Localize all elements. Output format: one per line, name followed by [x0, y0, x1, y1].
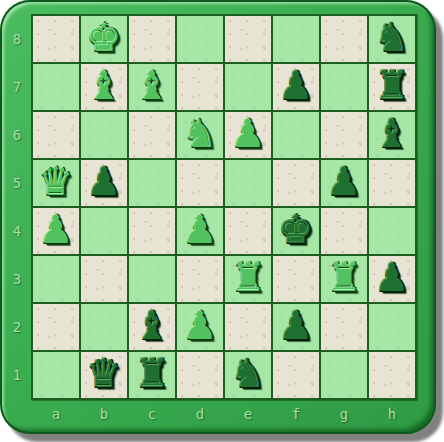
square-d4[interactable]: ♟	[177, 208, 223, 254]
square-a1[interactable]	[33, 352, 79, 398]
file-label-h: h	[369, 402, 415, 426]
piece-dark-pawn-f7[interactable]: ♟	[279, 64, 314, 108]
square-b1[interactable]: ♛	[81, 352, 127, 398]
square-c2[interactable]: ♝	[129, 304, 175, 350]
piece-dark-rook-h7[interactable]: ♜	[375, 64, 410, 108]
piece-light-pawn-d4[interactable]: ♟	[183, 208, 218, 252]
file-label-g: g	[321, 402, 367, 426]
square-f8[interactable]	[273, 16, 319, 62]
square-e3[interactable]: ♜	[225, 256, 271, 302]
square-b6[interactable]	[81, 112, 127, 158]
square-d2[interactable]: ♟	[177, 304, 223, 350]
square-g1[interactable]	[321, 352, 367, 398]
square-f4[interactable]: ♚	[273, 208, 319, 254]
square-g3[interactable]: ♜	[321, 256, 367, 302]
square-c3[interactable]	[129, 256, 175, 302]
square-c7[interactable]: ♝	[129, 64, 175, 110]
square-d1[interactable]	[177, 352, 223, 398]
square-h8[interactable]: ♞	[369, 16, 415, 62]
square-e5[interactable]	[225, 160, 271, 206]
square-b8[interactable]: ♚	[81, 16, 127, 62]
square-d6[interactable]: ♞	[177, 112, 223, 158]
square-d7[interactable]	[177, 64, 223, 110]
square-b2[interactable]	[81, 304, 127, 350]
piece-light-bishop-b7[interactable]: ♝	[87, 64, 122, 108]
square-a4[interactable]: ♟	[33, 208, 79, 254]
piece-dark-king-f4[interactable]: ♚	[279, 208, 314, 252]
square-b7[interactable]: ♝	[81, 64, 127, 110]
square-a2[interactable]	[33, 304, 79, 350]
square-a6[interactable]	[33, 112, 79, 158]
square-h6[interactable]: ♝	[369, 112, 415, 158]
rank-label-6: 6	[4, 112, 30, 158]
square-h4[interactable]	[369, 208, 415, 254]
square-c1[interactable]: ♜	[129, 352, 175, 398]
square-f1[interactable]	[273, 352, 319, 398]
rank-label-5: 5	[4, 160, 30, 206]
square-d8[interactable]	[177, 16, 223, 62]
square-c8[interactable]	[129, 16, 175, 62]
square-f3[interactable]	[273, 256, 319, 302]
square-a8[interactable]	[33, 16, 79, 62]
file-label-d: d	[177, 402, 223, 426]
square-g5[interactable]: ♟	[321, 160, 367, 206]
square-g8[interactable]	[321, 16, 367, 62]
square-h3[interactable]: ♟	[369, 256, 415, 302]
square-e7[interactable]	[225, 64, 271, 110]
square-h2[interactable]	[369, 304, 415, 350]
piece-dark-bishop-h6[interactable]: ♝	[375, 112, 410, 156]
piece-light-pawn-a4[interactable]: ♟	[39, 208, 74, 252]
rank-label-4: 4	[4, 208, 30, 254]
square-b4[interactable]	[81, 208, 127, 254]
piece-dark-bishop-c2[interactable]: ♝	[135, 304, 170, 348]
piece-light-knight-d6[interactable]: ♞	[183, 112, 218, 156]
square-h7[interactable]: ♜	[369, 64, 415, 110]
square-e6[interactable]: ♟	[225, 112, 271, 158]
chess-board[interactable]: ♚♞♝♝♟♜♞♟♝♛♟♟♟♟♚♜♜♟♝♟♟♛♜♞	[31, 14, 417, 400]
piece-light-pawn-e6[interactable]: ♟	[231, 112, 266, 156]
square-e4[interactable]	[225, 208, 271, 254]
square-a7[interactable]	[33, 64, 79, 110]
square-h1[interactable]	[369, 352, 415, 398]
file-label-e: e	[225, 402, 271, 426]
rank-label-7: 7	[4, 64, 30, 110]
rank-label-3: 3	[4, 256, 30, 302]
square-g4[interactable]	[321, 208, 367, 254]
square-f6[interactable]	[273, 112, 319, 158]
rank-label-2: 2	[4, 304, 30, 350]
square-h5[interactable]	[369, 160, 415, 206]
piece-dark-rook-c1[interactable]: ♜	[135, 352, 170, 396]
piece-dark-pawn-f2[interactable]: ♟	[279, 304, 314, 348]
piece-dark-pawn-b5[interactable]: ♟	[87, 160, 122, 204]
square-f5[interactable]	[273, 160, 319, 206]
piece-dark-pawn-g5[interactable]: ♟	[327, 160, 362, 204]
square-e2[interactable]	[225, 304, 271, 350]
piece-dark-knight-e1[interactable]: ♞	[231, 352, 266, 396]
piece-dark-pawn-h3[interactable]: ♟	[375, 256, 410, 300]
square-g6[interactable]	[321, 112, 367, 158]
piece-light-pawn-d2[interactable]: ♟	[183, 304, 218, 348]
square-f7[interactable]: ♟	[273, 64, 319, 110]
piece-light-queen-a5[interactable]: ♛	[39, 160, 74, 204]
rank-label-1: 1	[4, 352, 30, 398]
chess-app-window: ♚♞♝♝♟♜♞♟♝♛♟♟♟♟♚♜♜♟♝♟♟♛♜♞ 87654321abcdefg…	[0, 0, 444, 442]
file-label-c: c	[129, 402, 175, 426]
square-g7[interactable]	[321, 64, 367, 110]
piece-light-king-b8[interactable]: ♚	[87, 16, 122, 60]
square-g2[interactable]	[321, 304, 367, 350]
piece-light-rook-e3[interactable]: ♜	[231, 256, 266, 300]
square-c6[interactable]	[129, 112, 175, 158]
piece-dark-knight-h8[interactable]: ♞	[375, 16, 410, 60]
square-a3[interactable]	[33, 256, 79, 302]
square-b3[interactable]	[81, 256, 127, 302]
square-b5[interactable]: ♟	[81, 160, 127, 206]
square-d3[interactable]	[177, 256, 223, 302]
file-label-f: f	[273, 402, 319, 426]
rank-label-8: 8	[4, 16, 30, 62]
piece-dark-queen-b1[interactable]: ♛	[87, 352, 122, 396]
square-f2[interactable]: ♟	[273, 304, 319, 350]
file-label-a: a	[33, 402, 79, 426]
square-e1[interactable]: ♞	[225, 352, 271, 398]
piece-light-bishop-c7[interactable]: ♝	[135, 64, 170, 108]
square-c5[interactable]	[129, 160, 175, 206]
square-d5[interactable]	[177, 160, 223, 206]
square-c4[interactable]	[129, 208, 175, 254]
square-e8[interactable]	[225, 16, 271, 62]
piece-light-rook-g3[interactable]: ♜	[327, 256, 362, 300]
file-label-b: b	[81, 402, 127, 426]
square-a5[interactable]: ♛	[33, 160, 79, 206]
